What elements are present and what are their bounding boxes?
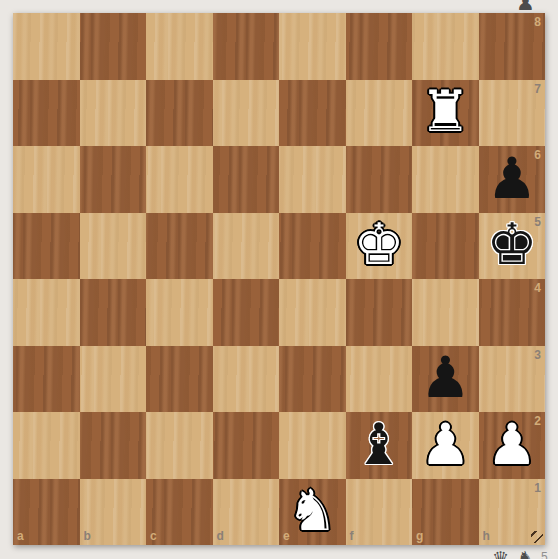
file-label-g: g (416, 530, 423, 542)
square-c6[interactable] (146, 146, 213, 213)
square-c1[interactable]: c (146, 479, 213, 546)
square-a3[interactable] (13, 346, 80, 413)
rank-label-3: 3 (534, 349, 541, 361)
square-b1[interactable]: b (80, 479, 147, 546)
rank-label-1: 1 (534, 482, 541, 494)
square-b8[interactable] (80, 13, 147, 80)
square-c7[interactable] (146, 80, 213, 147)
file-label-b: b (84, 530, 91, 542)
square-f8[interactable] (346, 13, 413, 80)
square-g3[interactable]: ♟ (412, 346, 479, 413)
square-h8[interactable]: 8 (479, 13, 546, 80)
square-a1[interactable]: a (13, 479, 80, 546)
square-d5[interactable] (213, 213, 280, 280)
file-label-a: a (17, 530, 24, 542)
white-rook[interactable]: ♜ (420, 83, 471, 140)
rank-label-7: 7 (534, 83, 541, 95)
square-c8[interactable] (146, 13, 213, 80)
square-a2[interactable] (13, 412, 80, 479)
chess-board: 8♜7♟6♚♚54♟3♝♟♟2abcd♞efgh1 (13, 13, 545, 545)
square-h3[interactable]: 3 (479, 346, 546, 413)
captured-pawn-icon: ♟ (516, 0, 535, 14)
white-king[interactable]: ♚ (353, 216, 404, 273)
square-f1[interactable]: f (346, 479, 413, 546)
square-g5[interactable] (412, 213, 479, 280)
square-f6[interactable] (346, 146, 413, 213)
captured-knight-icon: ♞ (517, 549, 534, 559)
black-pawn[interactable]: ♟ (486, 150, 537, 207)
board-resize-handle[interactable] (531, 531, 543, 543)
square-c5[interactable] (146, 213, 213, 280)
square-b5[interactable] (80, 213, 147, 280)
page: { "game": "chess", "position": { "fen": … (0, 0, 558, 559)
square-e1[interactable]: ♞e (279, 479, 346, 546)
square-a5[interactable] (13, 213, 80, 280)
square-b4[interactable] (80, 279, 147, 346)
file-label-d: d (217, 530, 224, 542)
square-d1[interactable]: d (213, 479, 280, 546)
square-g8[interactable] (412, 13, 479, 80)
square-h5[interactable]: ♚5 (479, 213, 546, 280)
square-h2[interactable]: ♟2 (479, 412, 546, 479)
black-king[interactable]: ♚ (486, 216, 537, 273)
square-e8[interactable] (279, 13, 346, 80)
square-b2[interactable] (80, 412, 147, 479)
square-c3[interactable] (146, 346, 213, 413)
square-f5[interactable]: ♚ (346, 213, 413, 280)
square-a8[interactable] (13, 13, 80, 80)
square-b7[interactable] (80, 80, 147, 147)
square-e7[interactable] (279, 80, 346, 147)
square-g2[interactable]: ♟ (412, 412, 479, 479)
square-e4[interactable] (279, 279, 346, 346)
white-pawn[interactable]: ♟ (420, 416, 471, 473)
square-f7[interactable] (346, 80, 413, 147)
square-d2[interactable] (213, 412, 280, 479)
square-f2[interactable]: ♝ (346, 412, 413, 479)
white-pawn[interactable]: ♟ (486, 416, 537, 473)
square-h1[interactable]: h1 (479, 479, 546, 546)
square-h4[interactable]: 4 (479, 279, 546, 346)
square-d8[interactable] (213, 13, 280, 80)
white-knight[interactable]: ♞ (287, 482, 338, 539)
square-h6[interactable]: ♟6 (479, 146, 546, 213)
black-pawn[interactable]: ♟ (420, 349, 471, 406)
square-a7[interactable] (13, 80, 80, 147)
file-label-f: f (350, 530, 354, 542)
square-e6[interactable] (279, 146, 346, 213)
square-g6[interactable] (412, 146, 479, 213)
rank-label-4: 4 (534, 282, 541, 294)
square-e3[interactable] (279, 346, 346, 413)
captured-queen-icon: ♛ (492, 549, 509, 559)
square-g1[interactable]: g (412, 479, 479, 546)
black-bishop[interactable]: ♝ (353, 416, 404, 473)
square-g4[interactable] (412, 279, 479, 346)
square-d4[interactable] (213, 279, 280, 346)
file-label-h: h (483, 530, 490, 542)
square-d7[interactable] (213, 80, 280, 147)
square-h7[interactable]: 7 (479, 80, 546, 147)
square-d3[interactable] (213, 346, 280, 413)
rank-label-8: 8 (534, 16, 541, 28)
square-f4[interactable] (346, 279, 413, 346)
square-c4[interactable] (146, 279, 213, 346)
square-a4[interactable] (13, 279, 80, 346)
file-label-c: c (150, 530, 157, 542)
square-f3[interactable] (346, 346, 413, 413)
square-b6[interactable] (80, 146, 147, 213)
square-g7[interactable]: ♜ (412, 80, 479, 147)
square-d6[interactable] (213, 146, 280, 213)
square-e5[interactable] (279, 213, 346, 280)
material-count: 5 (541, 551, 548, 559)
square-e2[interactable] (279, 412, 346, 479)
square-a6[interactable] (13, 146, 80, 213)
square-b3[interactable] (80, 346, 147, 413)
square-c2[interactable] (146, 412, 213, 479)
